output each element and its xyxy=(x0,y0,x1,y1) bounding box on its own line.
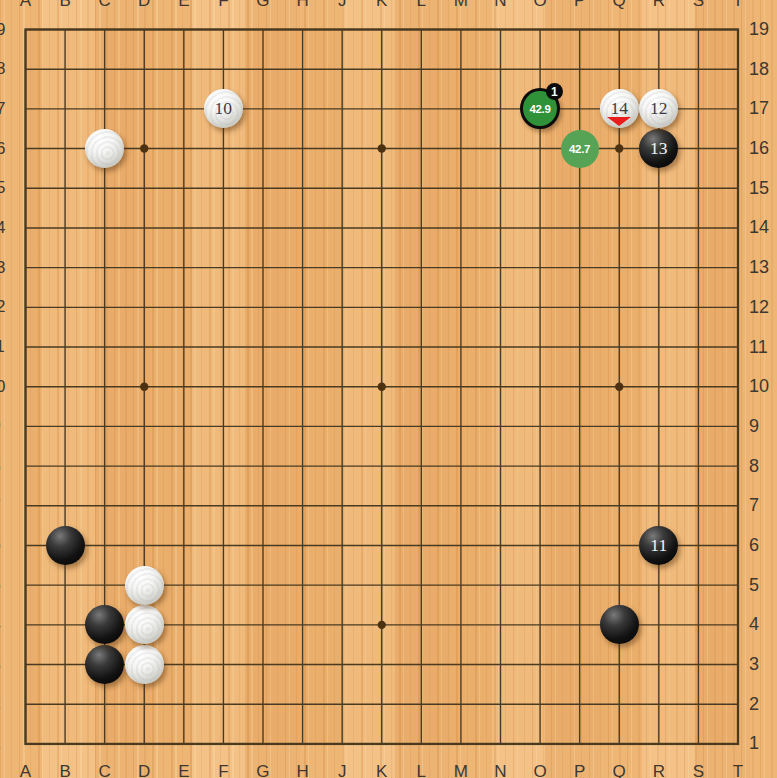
board-intersections[interactable]: 111310141242.9142.7 xyxy=(6,10,758,764)
black-stone-C4 xyxy=(85,605,124,644)
candidate-move-O17[interactable]: 42.91 xyxy=(520,88,560,129)
bottom-coordinate-B: B xyxy=(53,762,77,778)
bottom-coordinate-D: D xyxy=(132,762,156,778)
winrate-value: 42.7 xyxy=(569,143,590,155)
move-number-R17: 12 xyxy=(650,98,668,119)
last-move-marker xyxy=(607,117,631,126)
bottom-coordinate-J: J xyxy=(330,762,354,778)
white-stone-D4 xyxy=(125,605,164,644)
bottom-coordinate-G: G xyxy=(251,762,275,778)
black-stone-C3 xyxy=(85,645,124,684)
winrate-value: 42.9 xyxy=(529,103,550,115)
bottom-coordinate-M: M xyxy=(449,762,473,778)
bottom-coordinate-T: T xyxy=(726,762,750,778)
move-number-F17: 10 xyxy=(215,98,233,119)
white-stone-R17: 12 xyxy=(639,89,678,128)
bottom-coordinate-S: S xyxy=(686,762,710,778)
bottom-coordinate-O: O xyxy=(528,762,552,778)
bottom-coordinate-E: E xyxy=(172,762,196,778)
white-stone-D3 xyxy=(125,645,164,684)
bottom-coordinate-R: R xyxy=(647,762,671,778)
bottom-coordinate-C: C xyxy=(93,762,117,778)
white-stone-D5 xyxy=(125,566,164,605)
bottom-coordinate-A: A xyxy=(14,762,38,778)
bottom-coordinate-K: K xyxy=(370,762,394,778)
rank-badge: 1 xyxy=(546,83,563,100)
move-number-R16: 13 xyxy=(650,138,668,159)
black-stone-B6 xyxy=(46,526,85,565)
black-stone-R16: 13 xyxy=(639,129,678,168)
move-number-R6: 11 xyxy=(650,535,667,556)
white-stone-F17: 10 xyxy=(204,89,243,128)
bottom-coordinate-H: H xyxy=(291,762,315,778)
bottom-coordinate-L: L xyxy=(409,762,433,778)
candidate-move-P16[interactable]: 42.7 xyxy=(561,130,599,168)
go-board[interactable]: ABCDEFGHJKLMNOPQRST ABCDEFGHJKLMNOPQRST … xyxy=(0,0,777,778)
bottom-coordinate-P: P xyxy=(568,762,592,778)
black-stone-Q4 xyxy=(600,605,639,644)
white-stone-C16 xyxy=(85,129,124,168)
bottom-coordinate-Q: Q xyxy=(607,762,631,778)
white-stone-Q17: 14 xyxy=(600,89,639,128)
bottom-coordinate-N: N xyxy=(488,762,512,778)
black-stone-R6: 11 xyxy=(639,526,678,565)
move-number-Q17: 14 xyxy=(610,98,628,119)
bottom-coordinate-F: F xyxy=(211,762,235,778)
